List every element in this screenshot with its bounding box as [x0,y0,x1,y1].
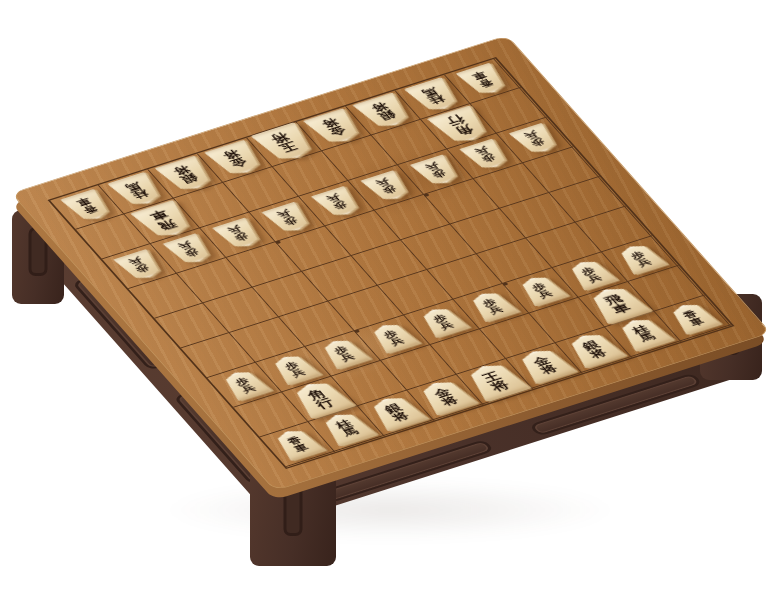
kanji-knight: 馬 [341,426,362,438]
kanji-king_sente: 将 [488,379,511,393]
kanji-pawn: 兵 [437,320,456,331]
kanji-lance: 車 [688,316,707,327]
kanji-knight: 馬 [638,332,659,344]
kanji-knight: 馬 [419,85,440,97]
shogi-board: 香車桂馬銀将金将玉将金将銀将桂馬香車飛車角行歩兵歩兵歩兵歩兵歩兵歩兵歩兵歩兵歩兵… [11,35,771,491]
kanji-pawn: 兵 [388,336,407,347]
kanji-bishop: 行 [314,397,337,411]
kanji-silver: 将 [588,348,610,361]
kanji-silver: 将 [390,411,412,424]
kanji-rook: 車 [146,208,169,222]
shogi-product-photo: 香車桂馬銀将金将玉将金将銀将桂馬香車飛車角行歩兵歩兵歩兵歩兵歩兵歩兵歩兵歩兵歩兵… [0,0,780,600]
kanji-knight: 馬 [122,180,143,192]
kanji-pawn: 兵 [635,257,654,268]
kanji-pawn: 兵 [536,288,555,299]
kanji-rook: 車 [610,302,633,316]
kanji-pawn: 兵 [239,383,258,394]
kanji-lance: 車 [292,442,311,453]
kanji-pawn: 兵 [586,273,605,284]
kanji-gold: 将 [538,363,560,376]
kanji-gold: 将 [439,395,461,408]
kanji-pawn: 兵 [289,367,308,378]
kanji-bishop: 行 [443,113,466,127]
kanji-pawn: 兵 [487,304,506,315]
kanji-pawn: 兵 [338,352,357,363]
